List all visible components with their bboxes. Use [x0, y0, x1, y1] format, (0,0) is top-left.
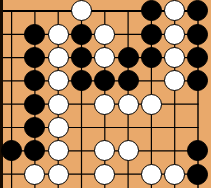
black-stone: [141, 47, 162, 68]
white-stone: [164, 47, 185, 68]
black-stone: [24, 94, 45, 115]
intersection-r2-c9[interactable]: [186, 23, 209, 46]
intersection-r7-c3[interactable]: [47, 139, 70, 162]
white-stone: [141, 164, 162, 185]
white-stone: [118, 94, 139, 115]
intersection-r6-c8[interactable]: [163, 116, 186, 139]
stone-grid: [0, 0, 210, 186]
go-board: [0, 0, 211, 188]
intersection-r3-c8[interactable]: [163, 46, 186, 69]
black-stone: [1, 140, 22, 161]
intersection-r3-c2[interactable]: [23, 46, 46, 69]
white-stone: [48, 117, 69, 138]
white-stone: [94, 94, 115, 115]
intersection-r6-c3[interactable]: [47, 116, 70, 139]
intersection-r7-c5[interactable]: [93, 139, 116, 162]
intersection-r4-c4[interactable]: [70, 69, 93, 92]
black-stone: [187, 47, 208, 68]
intersection-r7-c2[interactable]: [23, 139, 46, 162]
intersection-r1-c2[interactable]: [23, 0, 46, 23]
intersection-r1-c3[interactable]: [47, 0, 70, 23]
intersection-r8-c2[interactable]: [23, 162, 46, 185]
intersection-r5-c1[interactable]: [0, 93, 23, 116]
white-stone: [94, 140, 115, 161]
intersection-r8-c7[interactable]: [140, 162, 163, 185]
intersection-r6-c9[interactable]: [186, 116, 209, 139]
intersection-r8-c3[interactable]: [47, 162, 70, 185]
intersection-r6-c6[interactable]: [116, 116, 139, 139]
black-stone: [141, 0, 162, 21]
black-stone: [187, 0, 208, 21]
black-stone: [71, 70, 92, 91]
intersection-r3-c1[interactable]: [0, 46, 23, 69]
black-stone: [24, 24, 45, 45]
white-stone: [48, 47, 69, 68]
intersection-r2-c4[interactable]: [70, 23, 93, 46]
white-stone: [48, 70, 69, 91]
intersection-r3-c4[interactable]: [70, 46, 93, 69]
black-stone: [187, 24, 208, 45]
white-stone: [94, 47, 115, 68]
intersection-r1-c8[interactable]: [163, 0, 186, 23]
black-stone: [187, 140, 208, 161]
black-stone: [24, 70, 45, 91]
black-stone: [94, 70, 115, 91]
intersection-r7-c8[interactable]: [163, 139, 186, 162]
intersection-r2-c5[interactable]: [93, 23, 116, 46]
intersection-r8-c5[interactable]: [93, 162, 116, 185]
intersection-r2-c3[interactable]: [47, 23, 70, 46]
intersection-r6-c5[interactable]: [93, 116, 116, 139]
go-app-screen: [0, 0, 211, 188]
intersection-r1-c6[interactable]: [116, 0, 139, 23]
white-stone: [118, 140, 139, 161]
intersection-r5-c8[interactable]: [163, 93, 186, 116]
intersection-r5-c9[interactable]: [186, 93, 209, 116]
black-stone: [187, 70, 208, 91]
intersection-r4-c3[interactable]: [47, 69, 70, 92]
intersection-r1-c5[interactable]: [93, 0, 116, 23]
intersection-r1-c1[interactable]: [0, 0, 23, 23]
intersection-r8-c4[interactable]: [70, 162, 93, 185]
white-stone: [48, 24, 69, 45]
intersection-r7-c4[interactable]: [70, 139, 93, 162]
intersection-r2-c1[interactable]: [0, 23, 23, 46]
intersection-r8-c6[interactable]: [116, 162, 139, 185]
intersection-r5-c6[interactable]: [116, 93, 139, 116]
black-stone: [118, 47, 139, 68]
black-stone: [71, 47, 92, 68]
intersection-r1-c4[interactable]: [70, 0, 93, 23]
intersection-r4-c5[interactable]: [93, 69, 116, 92]
intersection-r6-c2[interactable]: [23, 116, 46, 139]
white-stone: [164, 70, 185, 91]
intersection-r7-c9[interactable]: [186, 139, 209, 162]
intersection-r7-c1[interactable]: [0, 139, 23, 162]
white-stone: [48, 140, 69, 161]
white-stone: [48, 94, 69, 115]
intersection-r3-c3[interactable]: [47, 46, 70, 69]
intersection-r5-c2[interactable]: [23, 93, 46, 116]
intersection-r8-c1[interactable]: [0, 162, 23, 185]
intersection-r2-c7[interactable]: [140, 23, 163, 46]
intersection-r5-c4[interactable]: [70, 93, 93, 116]
black-stone: [24, 117, 45, 138]
intersection-r8-c8[interactable]: [163, 162, 186, 185]
intersection-r7-c6[interactable]: [116, 139, 139, 162]
intersection-r4-c9[interactable]: [186, 69, 209, 92]
intersection-r3-c6[interactable]: [116, 46, 139, 69]
intersection-r4-c1[interactable]: [0, 69, 23, 92]
white-stone: [48, 164, 69, 185]
intersection-r4-c7[interactable]: [140, 69, 163, 92]
intersection-r2-c6[interactable]: [116, 23, 139, 46]
black-stone: [24, 47, 45, 68]
black-stone: [24, 140, 45, 161]
white-stone: [24, 164, 45, 185]
intersection-r6-c1[interactable]: [0, 116, 23, 139]
black-stone: [187, 164, 208, 185]
intersection-r3-c7[interactable]: [140, 46, 163, 69]
intersection-r4-c6[interactable]: [116, 69, 139, 92]
intersection-r2-c2[interactable]: [23, 23, 46, 46]
white-stone: [94, 24, 115, 45]
intersection-r4-c2[interactable]: [23, 69, 46, 92]
white-stone: [141, 94, 162, 115]
black-stone: [141, 24, 162, 45]
black-stone: [71, 24, 92, 45]
white-stone: [94, 164, 115, 185]
intersection-r5-c7[interactable]: [140, 93, 163, 116]
white-stone: [164, 164, 185, 185]
intersection-r2-c8[interactable]: [163, 23, 186, 46]
intersection-r6-c7[interactable]: [140, 116, 163, 139]
intersection-r1-c9[interactable]: [186, 0, 209, 23]
white-stone: [164, 0, 185, 21]
intersection-r3-c5[interactable]: [93, 46, 116, 69]
intersection-r1-c7[interactable]: [140, 0, 163, 23]
intersection-r5-c5[interactable]: [93, 93, 116, 116]
white-stone: [71, 0, 92, 21]
intersection-r4-c8[interactable]: [163, 69, 186, 92]
intersection-r6-c4[interactable]: [70, 116, 93, 139]
black-stone: [118, 70, 139, 91]
white-stone: [164, 24, 185, 45]
intersection-r3-c9[interactable]: [186, 46, 209, 69]
intersection-r8-c9[interactable]: [186, 162, 209, 185]
intersection-r5-c3[interactable]: [47, 93, 70, 116]
intersection-r7-c7[interactable]: [140, 139, 163, 162]
